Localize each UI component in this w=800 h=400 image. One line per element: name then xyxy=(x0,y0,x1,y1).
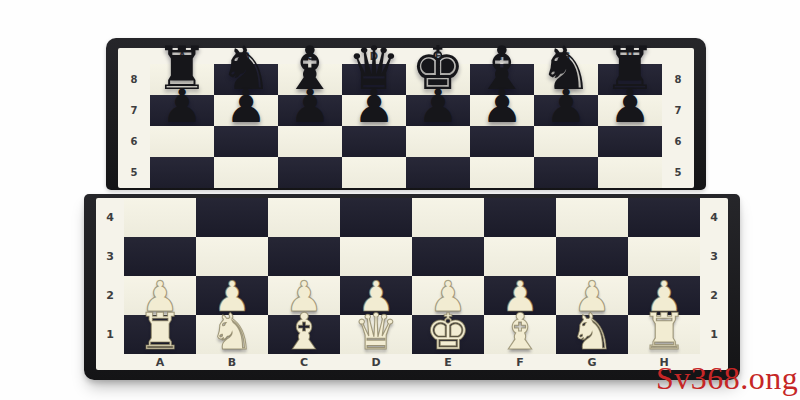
square-g5[interactable] xyxy=(534,157,598,188)
square-a6[interactable] xyxy=(150,126,214,157)
photo-scene: ABCDEFGH8♜♞♝♛♚♝♞♜87♟♟♟♟♟♟♟♟76655 44332♟♟… xyxy=(0,0,800,400)
square-b6[interactable] xyxy=(214,126,278,157)
square-c7[interactable]: ♟ xyxy=(278,95,342,126)
square-e5[interactable] xyxy=(406,157,470,188)
square-g6[interactable] xyxy=(534,126,598,157)
square-f5[interactable] xyxy=(470,157,534,188)
square-c6[interactable] xyxy=(278,126,342,157)
watermark: Sv368.ong xyxy=(656,360,798,397)
square-e4[interactable] xyxy=(412,198,484,237)
square-f6[interactable] xyxy=(470,126,534,157)
rank-label-6: 6 xyxy=(118,126,150,157)
rank-label-5: 5 xyxy=(118,157,150,188)
square-h7[interactable]: ♟ xyxy=(598,95,662,126)
piece-white-queen[interactable]: ♛ xyxy=(354,307,399,357)
square-h6[interactable] xyxy=(598,126,662,157)
square-g3[interactable] xyxy=(556,237,628,276)
rank-label-2: 2 xyxy=(96,276,124,315)
board-grid-top: ABCDEFGH8♜♞♝♛♚♝♞♜87♟♟♟♟♟♟♟♟76655 xyxy=(118,48,694,188)
piece-black-pawn[interactable]: ♟ xyxy=(353,83,394,129)
square-e3[interactable] xyxy=(412,237,484,276)
square-b3[interactable] xyxy=(196,237,268,276)
piece-black-pawn[interactable]: ♟ xyxy=(417,83,458,129)
rank-label-1: 1 xyxy=(96,315,124,354)
square-f7[interactable]: ♟ xyxy=(470,95,534,126)
piece-white-bishop[interactable]: ♝ xyxy=(498,307,543,357)
rank-label-3: 3 xyxy=(700,237,728,276)
square-a5[interactable] xyxy=(150,157,214,188)
rank-label-2: 2 xyxy=(700,276,728,315)
piece-black-pawn[interactable]: ♟ xyxy=(545,83,586,129)
square-d1[interactable]: ♛ xyxy=(340,315,412,354)
square-c4[interactable] xyxy=(268,198,340,237)
square-e1[interactable]: ♚ xyxy=(412,315,484,354)
board-grid-bottom: 44332♟♟♟♟♟♟♟♟21♜♞♝♛♚♝♞♜1ABCDEFGH xyxy=(96,198,728,370)
border-corner xyxy=(118,48,150,64)
piece-white-rook[interactable]: ♜ xyxy=(138,307,183,357)
square-h5[interactable] xyxy=(598,157,662,188)
square-a1[interactable]: ♜ xyxy=(124,315,196,354)
square-b4[interactable] xyxy=(196,198,268,237)
square-e6[interactable] xyxy=(406,126,470,157)
square-e7[interactable]: ♟ xyxy=(406,95,470,126)
rank-label-7: 7 xyxy=(662,95,694,126)
square-d5[interactable] xyxy=(342,157,406,188)
piece-black-pawn[interactable]: ♟ xyxy=(609,83,650,129)
piece-black-pawn[interactable]: ♟ xyxy=(225,83,266,129)
rank-label-4: 4 xyxy=(700,198,728,237)
square-a4[interactable] xyxy=(124,198,196,237)
piece-black-pawn[interactable]: ♟ xyxy=(161,83,202,129)
square-h4[interactable] xyxy=(628,198,700,237)
square-g7[interactable]: ♟ xyxy=(534,95,598,126)
square-h1[interactable]: ♜ xyxy=(628,315,700,354)
square-b1[interactable]: ♞ xyxy=(196,315,268,354)
rank-label-5: 5 xyxy=(662,157,694,188)
piece-white-bishop[interactable]: ♝ xyxy=(282,307,327,357)
rank-label-3: 3 xyxy=(96,237,124,276)
piece-black-pawn[interactable]: ♟ xyxy=(481,83,522,129)
square-h3[interactable] xyxy=(628,237,700,276)
square-g4[interactable] xyxy=(556,198,628,237)
piece-white-rook[interactable]: ♜ xyxy=(642,307,687,357)
rank-label-7: 7 xyxy=(118,95,150,126)
rank-label-6: 6 xyxy=(662,126,694,157)
square-f1[interactable]: ♝ xyxy=(484,315,556,354)
rank-label-8: 8 xyxy=(662,64,694,95)
board-top-half-frame: ABCDEFGH8♜♞♝♛♚♝♞♜87♟♟♟♟♟♟♟♟76655 xyxy=(106,38,706,190)
board-bottom-half-frame: 44332♟♟♟♟♟♟♟♟21♜♞♝♛♚♝♞♜1ABCDEFGH xyxy=(84,194,740,380)
square-f4[interactable] xyxy=(484,198,556,237)
square-b5[interactable] xyxy=(214,157,278,188)
border-corner xyxy=(662,48,694,64)
border-corner xyxy=(96,354,124,370)
square-d6[interactable] xyxy=(342,126,406,157)
rank-label-8: 8 xyxy=(118,64,150,95)
square-c1[interactable]: ♝ xyxy=(268,315,340,354)
piece-white-king[interactable]: ♚ xyxy=(426,307,471,357)
square-g1[interactable]: ♞ xyxy=(556,315,628,354)
square-a3[interactable] xyxy=(124,237,196,276)
piece-white-knight[interactable]: ♞ xyxy=(570,307,615,357)
square-f3[interactable] xyxy=(484,237,556,276)
square-b7[interactable]: ♟ xyxy=(214,95,278,126)
square-c3[interactable] xyxy=(268,237,340,276)
rank-label-4: 4 xyxy=(96,198,124,237)
piece-white-knight[interactable]: ♞ xyxy=(210,307,255,357)
piece-black-pawn[interactable]: ♟ xyxy=(289,83,330,129)
square-d3[interactable] xyxy=(340,237,412,276)
square-d4[interactable] xyxy=(340,198,412,237)
square-d7[interactable]: ♟ xyxy=(342,95,406,126)
square-a7[interactable]: ♟ xyxy=(150,95,214,126)
rank-label-1: 1 xyxy=(700,315,728,354)
square-c5[interactable] xyxy=(278,157,342,188)
